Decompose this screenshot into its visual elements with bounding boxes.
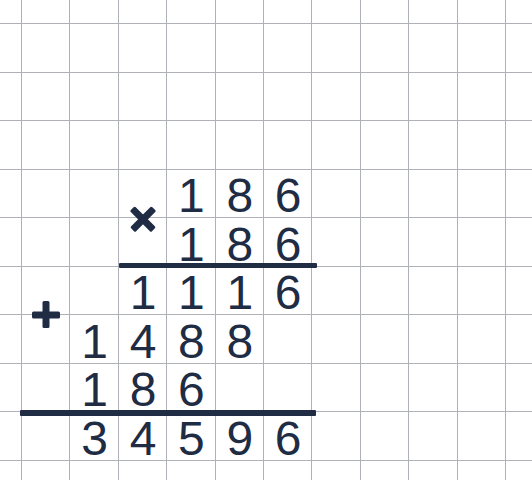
digit-cell-r4c4: 8 [216,218,264,267]
sum-rule-line [20,410,316,416]
digit-cell-r6c2: 4 [119,315,167,364]
digit-cell-r5c5: 6 [264,267,312,316]
digit-cell-r8c5: 6 [264,412,312,461]
digit-cell-r5c2: 1 [119,267,167,316]
work-area: 1861861116148818634596 [0,0,532,480]
digit-cell-r6c1: 1 [70,315,118,364]
digit-cell-r3c4: 8 [216,170,264,219]
digit-cell-r5c3: 1 [167,267,215,316]
digit-cell-r8c4: 9 [216,412,264,461]
digit-cell-r5c4: 1 [216,267,264,316]
digit-cell-r7c1: 1 [70,364,118,413]
plus-sign [32,301,60,329]
digit-cell-r3c5: 6 [264,170,312,219]
digit-cell-r4c3: 1 [167,218,215,267]
worksheet: 1861861116148818634596 [0,0,532,480]
plus-sign-bar [43,301,50,329]
digit-cell-r8c2: 4 [119,412,167,461]
digit-cell-r6c4: 8 [216,315,264,364]
digit-cell-r7c2: 8 [119,364,167,413]
digit-cell-r7c3: 6 [167,364,215,413]
digit-cell-r8c3: 5 [167,412,215,461]
digit-cell-r6c3: 8 [167,315,215,364]
multiply-sign [121,198,163,240]
digit-cell-r4c5: 6 [264,218,312,267]
digit-cell-r3c3: 1 [167,170,215,219]
digit-cell-r8c1: 3 [70,412,118,461]
partial-products-rule-line [119,263,317,268]
